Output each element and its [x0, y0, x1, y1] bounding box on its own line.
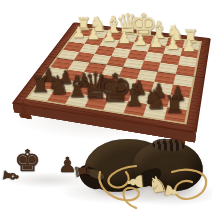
- chess-board: ♜♞♝♛♚♝♞♜♟♟♟♟♟♟♟♟♟♟♟♟♟♟♟♟♜♞♝♛♚♝♞♜: [12, 22, 211, 133]
- product-photo-scene: ♜♞♝♛♚♝♞♜♟♟♟♟♟♟♟♟♟♟♟♟♟♟♟♟♜♞♝♛♚♝♞♜ ♚ ♝ ♟ ♜…: [0, 0, 212, 212]
- board-foot-right: [207, 48, 208, 58]
- dark-rook-lying: ♜: [72, 161, 93, 180]
- light-piece-p: ♟: [170, 38, 208, 54]
- light-pawn-lying: ♟: [124, 172, 145, 192]
- board-foot-left: [21, 100, 26, 115]
- dark-piece-r: ♜: [151, 93, 198, 117]
- dark-bishop-lying: ♝: [0, 166, 22, 187]
